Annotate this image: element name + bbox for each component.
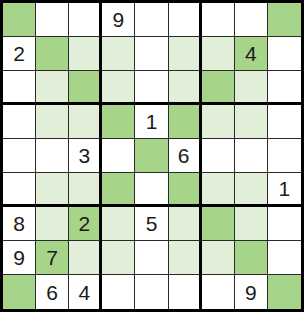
cell-r7c1-given[interactable]: 8 <box>3 207 36 241</box>
cell-r3c8-empty[interactable] <box>235 71 268 105</box>
cell-r2c1-given[interactable]: 2 <box>3 37 36 71</box>
cell-r1c3-empty[interactable] <box>69 3 102 37</box>
cell-r2c5-empty[interactable] <box>135 37 168 71</box>
cell-r1c1-empty[interactable] <box>3 3 36 37</box>
cell-r4c1-empty[interactable] <box>3 105 36 139</box>
cell-r3c4-empty[interactable] <box>102 71 135 105</box>
cell-r3c5-empty[interactable] <box>135 71 168 105</box>
cell-r5c9-empty[interactable] <box>268 139 301 173</box>
cell-r4c2-empty[interactable] <box>36 105 69 139</box>
cell-r6c9-given[interactable]: 1 <box>268 173 301 207</box>
cell-r3c7-empty[interactable] <box>202 71 235 105</box>
cell-r2c2-empty[interactable] <box>36 37 69 71</box>
cell-r8c7-empty[interactable] <box>202 241 235 275</box>
cell-r2c6-empty[interactable] <box>169 37 202 71</box>
sudoku-board: 924136182597649 <box>0 0 304 312</box>
cell-r8c4-empty[interactable] <box>102 241 135 275</box>
cell-r9c3-given[interactable]: 4 <box>69 275 102 309</box>
cell-r5c3-given[interactable]: 3 <box>69 139 102 173</box>
cell-r4c9-empty[interactable] <box>268 105 301 139</box>
cell-r3c9-empty[interactable] <box>268 71 301 105</box>
cell-r7c7-empty[interactable] <box>202 207 235 241</box>
cell-r1c2-empty[interactable] <box>36 3 69 37</box>
cell-r3c1-empty[interactable] <box>3 71 36 105</box>
cell-r5c2-empty[interactable] <box>36 139 69 173</box>
cell-r7c4-empty[interactable] <box>102 207 135 241</box>
cell-r4c4-empty[interactable] <box>102 105 135 139</box>
cell-r6c3-empty[interactable] <box>69 173 102 207</box>
cell-r3c3-empty[interactable] <box>69 71 102 105</box>
cell-r4c8-empty[interactable] <box>235 105 268 139</box>
cell-r9c5-empty[interactable] <box>135 275 168 309</box>
cell-r8c5-empty[interactable] <box>135 241 168 275</box>
cell-r4c7-empty[interactable] <box>202 105 235 139</box>
cell-r9c6-empty[interactable] <box>169 275 202 309</box>
cell-r4c5-given[interactable]: 1 <box>135 105 168 139</box>
cell-r9c4-empty[interactable] <box>102 275 135 309</box>
cell-r8c1-given[interactable]: 9 <box>3 241 36 275</box>
cell-r5c1-empty[interactable] <box>3 139 36 173</box>
cell-r8c2-given[interactable]: 7 <box>36 241 69 275</box>
cell-r4c3-empty[interactable] <box>69 105 102 139</box>
cell-r8c3-empty[interactable] <box>69 241 102 275</box>
cell-r8c6-empty[interactable] <box>169 241 202 275</box>
cell-r7c5-given[interactable]: 5 <box>135 207 168 241</box>
cell-r5c5-empty[interactable] <box>135 139 168 173</box>
cell-r1c9-empty[interactable] <box>268 3 301 37</box>
cell-r1c8-empty[interactable] <box>235 3 268 37</box>
cell-r3c2-empty[interactable] <box>36 71 69 105</box>
cell-r6c6-empty[interactable] <box>169 173 202 207</box>
cell-r2c8-given[interactable]: 4 <box>235 37 268 71</box>
cell-r7c9-empty[interactable] <box>268 207 301 241</box>
cell-r9c7-empty[interactable] <box>202 275 235 309</box>
cell-r4c6-empty[interactable] <box>169 105 202 139</box>
bottom-margin <box>0 312 304 320</box>
cell-r1c5-empty[interactable] <box>135 3 168 37</box>
cell-r2c7-empty[interactable] <box>202 37 235 71</box>
cell-r5c8-empty[interactable] <box>235 139 268 173</box>
cell-r7c2-empty[interactable] <box>36 207 69 241</box>
cell-r6c8-empty[interactable] <box>235 173 268 207</box>
cell-r6c7-empty[interactable] <box>202 173 235 207</box>
cell-r6c2-empty[interactable] <box>36 173 69 207</box>
cell-r7c6-empty[interactable] <box>169 207 202 241</box>
cell-r9c1-empty[interactable] <box>3 275 36 309</box>
cell-r1c7-empty[interactable] <box>202 3 235 37</box>
cell-r6c5-empty[interactable] <box>135 173 168 207</box>
cell-r1c6-empty[interactable] <box>169 3 202 37</box>
cell-r9c2-given[interactable]: 6 <box>36 275 69 309</box>
cell-r8c9-empty[interactable] <box>268 241 301 275</box>
cell-r2c4-empty[interactable] <box>102 37 135 71</box>
cell-r9c9-empty[interactable] <box>268 275 301 309</box>
cell-r1c4-given[interactable]: 9 <box>102 3 135 37</box>
cell-r6c1-empty[interactable] <box>3 173 36 207</box>
cell-r7c3-given[interactable]: 2 <box>69 207 102 241</box>
cell-r9c8-given[interactable]: 9 <box>235 275 268 309</box>
cell-r7c8-empty[interactable] <box>235 207 268 241</box>
cell-r2c9-empty[interactable] <box>268 37 301 71</box>
cell-r6c4-empty[interactable] <box>102 173 135 207</box>
cell-r5c4-empty[interactable] <box>102 139 135 173</box>
cell-r5c6-given[interactable]: 6 <box>169 139 202 173</box>
cell-r8c8-empty[interactable] <box>235 241 268 275</box>
cell-r3c6-empty[interactable] <box>169 71 202 105</box>
cell-r2c3-empty[interactable] <box>69 37 102 71</box>
cell-r5c7-empty[interactable] <box>202 139 235 173</box>
